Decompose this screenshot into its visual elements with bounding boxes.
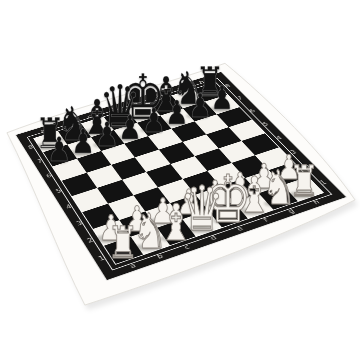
- coordinate-label-8: 8: [224, 84, 231, 89]
- coordinate-label-4: 4: [65, 204, 73, 210]
- coordinate-label-d: d: [209, 234, 218, 241]
- coordinate-label-e: e: [235, 225, 244, 232]
- coordinate-label-6: 6: [45, 173, 52, 179]
- coordinate-label-8: 8: [27, 145, 34, 150]
- coordinate-label-1: 1: [319, 180, 328, 186]
- coordinate-label-f: f: [262, 217, 269, 223]
- coordinate-label-1: 1: [98, 255, 106, 262]
- coordinate-label-a: a: [129, 262, 137, 269]
- coordinate-label-h: h: [312, 199, 321, 205]
- coordinate-label-2: 2: [86, 237, 94, 244]
- coordinate-label-7: 7: [36, 158, 43, 163]
- coordinate-label-6: 6: [249, 108, 257, 113]
- coordinate-label-3: 3: [289, 149, 297, 155]
- coordinate-label-a: a: [39, 128, 46, 133]
- coordinate-label-5: 5: [262, 122, 270, 127]
- coordinate-label-d: d: [109, 107, 116, 112]
- coordinate-label-2: 2: [304, 164, 313, 170]
- coordinate-label-4: 4: [275, 135, 283, 140]
- coordinate-label-7: 7: [236, 96, 244, 101]
- coordinate-label-e: e: [131, 100, 138, 105]
- coordinate-label-c: c: [86, 114, 92, 119]
- coordinate-label-b: b: [63, 121, 70, 126]
- coordinate-label-b: b: [156, 253, 165, 260]
- coordinate-label-f: f: [155, 93, 160, 97]
- product-photo-chess-set: aabbccddeeffgghh8877665544332211 ♜♞♟♝♟♚♟…: [0, 0, 360, 360]
- coordinate-label-5: 5: [55, 188, 62, 194]
- coordinate-label-g: g: [176, 86, 183, 91]
- coordinate-label-c: c: [183, 244, 191, 251]
- coordinate-label-h: h: [198, 80, 205, 85]
- coordinate-label-g: g: [287, 208, 296, 214]
- coordinate-label-3: 3: [75, 220, 83, 226]
